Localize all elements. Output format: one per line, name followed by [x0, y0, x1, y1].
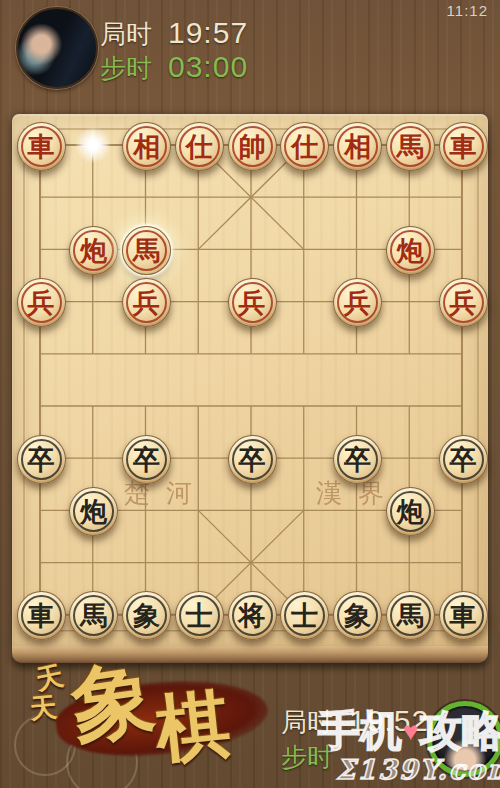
- logo-xiang: 象: [65, 643, 162, 763]
- black-general[interactable]: 将: [228, 591, 277, 640]
- red-elephant[interactable]: 相: [122, 122, 171, 171]
- game-time-label: 局时: [281, 705, 333, 740]
- black-elephant[interactable]: 象: [333, 591, 382, 640]
- red-soldier[interactable]: 兵: [228, 278, 277, 327]
- red-elephant[interactable]: 相: [333, 122, 382, 171]
- black-chariot[interactable]: 車: [17, 591, 66, 640]
- app-logo: 天 天 象 棋: [26, 656, 281, 784]
- red-cannon[interactable]: 炮: [386, 226, 435, 275]
- bottom-player-move-time: 步时: [281, 740, 333, 775]
- bottom-player-avatar[interactable]: [427, 701, 500, 777]
- red-advisor[interactable]: 仕: [280, 122, 329, 171]
- bottom-player-game-time: 局时 19:52: [281, 704, 429, 740]
- black-soldier[interactable]: 卒: [228, 435, 277, 484]
- black-cannon[interactable]: 炮: [386, 487, 435, 536]
- move-time-label: 步时: [281, 740, 333, 775]
- black-soldier[interactable]: 卒: [439, 435, 488, 484]
- xiangqi-app-screen: 11:12 局时 19:57 步时 03:00 楚河 漢界 車相仕帥仕相馬車炮馬…: [0, 0, 500, 788]
- top-player-move-time: 步时 03:00: [100, 50, 248, 86]
- red-advisor[interactable]: 仕: [175, 122, 224, 171]
- red-chariot[interactable]: 車: [439, 122, 488, 171]
- black-horse[interactable]: 馬: [386, 591, 435, 640]
- black-soldier[interactable]: 卒: [122, 435, 171, 484]
- black-soldier[interactable]: 卒: [333, 435, 382, 484]
- move-time-label: 步时: [100, 51, 152, 86]
- top-player-avatar[interactable]: [16, 7, 98, 89]
- red-soldier[interactable]: 兵: [439, 278, 488, 327]
- red-soldier[interactable]: 兵: [17, 278, 66, 327]
- game-time-value: 19:57: [168, 16, 248, 50]
- game-time-label: 局时: [100, 17, 152, 52]
- red-horse[interactable]: 馬: [386, 122, 435, 171]
- board-grid: [12, 114, 488, 648]
- system-clock: 11:12: [447, 2, 488, 19]
- red-horse[interactable]: 馬: [122, 226, 171, 275]
- logo-qi: 棋: [151, 674, 235, 781]
- red-cannon[interactable]: 炮: [69, 226, 118, 275]
- black-cannon[interactable]: 炮: [69, 487, 118, 536]
- xiangqi-board[interactable]: 楚河 漢界: [12, 114, 488, 648]
- black-elephant[interactable]: 象: [122, 591, 171, 640]
- red-chariot[interactable]: 車: [17, 122, 66, 171]
- top-player-game-time: 局时 19:57: [100, 16, 248, 52]
- red-soldier[interactable]: 兵: [122, 278, 171, 327]
- red-general[interactable]: 帥: [228, 122, 277, 171]
- game-time-value: 19:52: [349, 704, 429, 738]
- black-advisor[interactable]: 士: [175, 591, 224, 640]
- black-soldier[interactable]: 卒: [17, 435, 66, 484]
- move-time-value: 03:00: [168, 50, 248, 84]
- black-chariot[interactable]: 車: [439, 591, 488, 640]
- red-soldier[interactable]: 兵: [333, 278, 382, 327]
- logo-tian-2: 天: [28, 689, 58, 727]
